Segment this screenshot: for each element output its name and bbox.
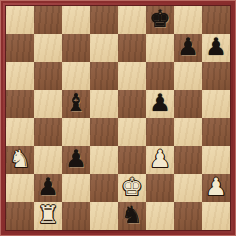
piece-white-pawn[interactable]: ♟ xyxy=(202,174,230,202)
square-g4[interactable] xyxy=(174,118,202,146)
square-g2[interactable] xyxy=(174,174,202,202)
square-h7[interactable]: ♟ xyxy=(202,34,230,62)
square-h3[interactable] xyxy=(202,146,230,174)
square-f7[interactable] xyxy=(146,34,174,62)
square-e4[interactable] xyxy=(118,118,146,146)
piece-black-king[interactable]: ♚ xyxy=(146,6,174,34)
square-a3[interactable]: ♞ xyxy=(6,146,34,174)
square-e5[interactable] xyxy=(118,90,146,118)
square-a2[interactable] xyxy=(6,174,34,202)
square-e6[interactable] xyxy=(118,62,146,90)
square-f8[interactable]: ♚ xyxy=(146,6,174,34)
square-b4[interactable] xyxy=(34,118,62,146)
piece-white-knight[interactable]: ♞ xyxy=(6,146,34,174)
square-f4[interactable] xyxy=(146,118,174,146)
square-b2[interactable]: ♟ xyxy=(34,174,62,202)
piece-black-pawn[interactable]: ♟ xyxy=(62,146,90,174)
board: ♚♟♟♝♟♞♟♟♟♚♟♜♞ xyxy=(6,6,230,230)
piece-white-rook[interactable]: ♜ xyxy=(34,202,62,230)
square-d6[interactable] xyxy=(90,62,118,90)
square-g6[interactable] xyxy=(174,62,202,90)
square-h2[interactable]: ♟ xyxy=(202,174,230,202)
square-g3[interactable] xyxy=(174,146,202,174)
square-g8[interactable] xyxy=(174,6,202,34)
square-b7[interactable] xyxy=(34,34,62,62)
square-a5[interactable] xyxy=(6,90,34,118)
square-b5[interactable] xyxy=(34,90,62,118)
square-e1[interactable]: ♞ xyxy=(118,202,146,230)
square-c7[interactable] xyxy=(62,34,90,62)
piece-white-pawn[interactable]: ♟ xyxy=(146,146,174,174)
square-g1[interactable] xyxy=(174,202,202,230)
square-a1[interactable] xyxy=(6,202,34,230)
square-c4[interactable] xyxy=(62,118,90,146)
piece-black-pawn[interactable]: ♟ xyxy=(146,90,174,118)
square-d7[interactable] xyxy=(90,34,118,62)
square-g5[interactable] xyxy=(174,90,202,118)
square-h6[interactable] xyxy=(202,62,230,90)
square-a4[interactable] xyxy=(6,118,34,146)
square-b6[interactable] xyxy=(34,62,62,90)
chessboard-frame: ♚♟♟♝♟♞♟♟♟♚♟♜♞ xyxy=(0,0,236,236)
square-c5[interactable]: ♝ xyxy=(62,90,90,118)
square-f1[interactable] xyxy=(146,202,174,230)
square-h1[interactable] xyxy=(202,202,230,230)
square-a8[interactable] xyxy=(6,6,34,34)
square-h4[interactable] xyxy=(202,118,230,146)
square-d2[interactable] xyxy=(90,174,118,202)
piece-black-pawn[interactable]: ♟ xyxy=(34,174,62,202)
square-h5[interactable] xyxy=(202,90,230,118)
square-b8[interactable] xyxy=(34,6,62,34)
piece-black-knight[interactable]: ♞ xyxy=(118,202,146,230)
square-h8[interactable] xyxy=(202,6,230,34)
square-a6[interactable] xyxy=(6,62,34,90)
piece-black-pawn[interactable]: ♟ xyxy=(202,34,230,62)
square-d1[interactable] xyxy=(90,202,118,230)
square-e3[interactable] xyxy=(118,146,146,174)
square-e8[interactable] xyxy=(118,6,146,34)
square-f2[interactable] xyxy=(146,174,174,202)
square-c1[interactable] xyxy=(62,202,90,230)
square-f6[interactable] xyxy=(146,62,174,90)
square-g7[interactable]: ♟ xyxy=(174,34,202,62)
square-e7[interactable] xyxy=(118,34,146,62)
square-d5[interactable] xyxy=(90,90,118,118)
square-c2[interactable] xyxy=(62,174,90,202)
square-d8[interactable] xyxy=(90,6,118,34)
square-d4[interactable] xyxy=(90,118,118,146)
piece-white-king[interactable]: ♚ xyxy=(118,174,146,202)
square-c6[interactable] xyxy=(62,62,90,90)
square-f5[interactable]: ♟ xyxy=(146,90,174,118)
square-f3[interactable]: ♟ xyxy=(146,146,174,174)
square-b1[interactable]: ♜ xyxy=(34,202,62,230)
piece-black-pawn[interactable]: ♟ xyxy=(174,34,202,62)
square-d3[interactable] xyxy=(90,146,118,174)
square-a7[interactable] xyxy=(6,34,34,62)
square-c3[interactable]: ♟ xyxy=(62,146,90,174)
square-c8[interactable] xyxy=(62,6,90,34)
piece-black-bishop[interactable]: ♝ xyxy=(62,90,90,118)
square-e2[interactable]: ♚ xyxy=(118,174,146,202)
square-b3[interactable] xyxy=(34,146,62,174)
